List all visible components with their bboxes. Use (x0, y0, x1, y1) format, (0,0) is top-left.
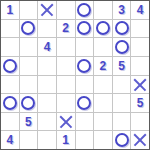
given-number: 2 (100, 60, 107, 72)
circle-mark (21, 21, 35, 35)
cell-r7c1[interactable] (1, 113, 19, 131)
cell-r6c7[interactable] (113, 94, 131, 112)
puzzle-board: 13424255541 (0, 0, 150, 150)
given-number: 2 (62, 22, 69, 34)
cell-r6c1[interactable] (1, 94, 19, 112)
cell-r8c1[interactable]: 4 (1, 131, 19, 149)
circle-mark (3, 96, 17, 110)
cell-r1c8[interactable]: 4 (131, 1, 149, 19)
cell-r4c7[interactable]: 5 (113, 57, 131, 75)
cell-r4c8[interactable] (131, 57, 149, 75)
cell-r2c5[interactable] (76, 20, 94, 38)
cell-r5c4[interactable] (57, 76, 75, 94)
circle-mark (96, 21, 110, 35)
cell-r5c2[interactable] (20, 76, 38, 94)
cell-r3c2[interactable] (20, 38, 38, 56)
cell-r6c4[interactable] (57, 94, 75, 112)
cell-r6c3[interactable] (38, 94, 56, 112)
cell-r7c3[interactable] (38, 113, 56, 131)
cell-r3c3[interactable]: 4 (38, 38, 56, 56)
cell-r2c2[interactable] (20, 20, 38, 38)
cell-r8c4[interactable]: 1 (57, 131, 75, 149)
circle-mark (77, 3, 91, 17)
cell-r5c5[interactable] (76, 76, 94, 94)
cell-r7c5[interactable] (76, 113, 94, 131)
cell-r8c7[interactable] (113, 131, 131, 149)
cell-r7c7[interactable] (113, 113, 131, 131)
cell-r4c6[interactable]: 2 (94, 57, 112, 75)
cell-r7c4[interactable] (57, 113, 75, 131)
cell-r5c1[interactable] (1, 76, 19, 94)
cell-r4c3[interactable] (38, 57, 56, 75)
cell-r8c2[interactable] (20, 131, 38, 149)
cell-r6c8[interactable]: 5 (131, 94, 149, 112)
given-number: 4 (44, 41, 51, 53)
circle-mark (115, 133, 129, 147)
cell-r5c3[interactable] (38, 76, 56, 94)
given-number: 5 (137, 97, 144, 109)
given-number: 5 (118, 60, 125, 72)
circle-mark (21, 96, 35, 110)
cell-r3c6[interactable] (94, 38, 112, 56)
cell-r1c6[interactable] (94, 1, 112, 19)
cell-r3c4[interactable] (57, 38, 75, 56)
cell-r1c1[interactable]: 1 (1, 1, 19, 19)
cell-r4c5[interactable] (76, 57, 94, 75)
cell-r5c6[interactable] (94, 76, 112, 94)
cell-r2c8[interactable] (131, 20, 149, 38)
given-number: 3 (118, 4, 125, 16)
cross-mark (133, 133, 147, 147)
cell-r7c6[interactable] (94, 113, 112, 131)
cell-r3c8[interactable] (131, 38, 149, 56)
circle-mark (77, 59, 91, 73)
cell-r1c7[interactable]: 3 (113, 1, 131, 19)
given-number: 1 (62, 134, 69, 146)
cell-r2c7[interactable] (113, 20, 131, 38)
cell-r7c8[interactable] (131, 113, 149, 131)
cell-r2c6[interactable] (94, 20, 112, 38)
cell-r3c1[interactable] (1, 38, 19, 56)
cell-r2c4[interactable]: 2 (57, 20, 75, 38)
given-number: 4 (137, 4, 144, 16)
cross-mark (133, 77, 147, 91)
cell-r8c6[interactable] (94, 131, 112, 149)
cell-r4c1[interactable] (1, 57, 19, 75)
cell-r7c2[interactable]: 5 (20, 113, 38, 131)
cell-r1c5[interactable] (76, 1, 94, 19)
circle-mark (3, 59, 17, 73)
cell-r1c3[interactable] (38, 1, 56, 19)
cell-r8c5[interactable] (76, 131, 94, 149)
cell-r1c4[interactable] (57, 1, 75, 19)
cell-r5c8[interactable] (131, 76, 149, 94)
cell-r2c1[interactable] (1, 20, 19, 38)
cell-r8c8[interactable] (131, 131, 149, 149)
cell-r1c2[interactable] (20, 1, 38, 19)
cell-r2c3[interactable] (38, 20, 56, 38)
circle-mark (77, 21, 91, 35)
cell-r8c3[interactable] (38, 131, 56, 149)
cell-r6c6[interactable] (94, 94, 112, 112)
cell-r4c4[interactable] (57, 57, 75, 75)
cell-r4c2[interactable] (20, 57, 38, 75)
cross-mark (59, 115, 73, 129)
given-number: 4 (6, 134, 13, 146)
cell-r6c2[interactable] (20, 94, 38, 112)
circle-mark (115, 40, 129, 54)
cell-r6c5[interactable] (76, 94, 94, 112)
cross-mark (40, 3, 54, 17)
cell-r5c7[interactable] (113, 76, 131, 94)
circle-mark (115, 21, 129, 35)
cell-r3c7[interactable] (113, 38, 131, 56)
given-number: 5 (25, 116, 32, 128)
given-number: 1 (6, 4, 13, 16)
circle-mark (77, 96, 91, 110)
cell-r3c5[interactable] (76, 38, 94, 56)
